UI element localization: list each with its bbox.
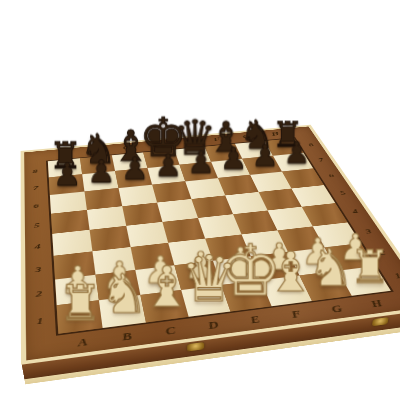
piece-black-pawn: ♟ xyxy=(87,157,115,187)
brass-latch-icon xyxy=(187,342,204,351)
chess-grid: ♜♞♝♚♛♝♞♜♟♟♟♟♟♟♟♟♟♟♟♟♟♟♟♟♜♞♝♛♚♝♞♜ xyxy=(46,137,394,335)
square-c5 xyxy=(122,203,162,226)
square-a6 xyxy=(50,191,87,213)
rank-label: 1 xyxy=(29,306,51,337)
piece-black-pawn: ♟ xyxy=(220,144,247,173)
brass-latch-icon xyxy=(372,317,389,326)
rank-label: 3 xyxy=(29,256,49,282)
square-b5 xyxy=(87,206,126,230)
rank-label: 8 xyxy=(27,162,43,180)
square-b6 xyxy=(84,188,122,210)
square-h5 xyxy=(291,185,335,207)
rank-label: 7 xyxy=(27,178,44,197)
piece-black-pawn: ♟ xyxy=(283,139,310,167)
rank-label: 4 xyxy=(28,235,47,259)
square-f5 xyxy=(225,192,267,214)
rank-label: 2 xyxy=(29,280,50,308)
piece-black-pawn: ♟ xyxy=(187,147,214,176)
square-g5 xyxy=(259,189,302,211)
product-photo-scene: 87654321 87654321 ABCDEFGH ABCDEFGH ♜♞♝♚… xyxy=(0,0,400,400)
square-h4 xyxy=(302,203,348,226)
square-a7: ♟ xyxy=(49,174,85,195)
square-d7: ♟ xyxy=(148,165,186,185)
square-f7: ♟ xyxy=(211,159,250,178)
square-c7: ♟ xyxy=(115,168,152,188)
square-b7: ♟ xyxy=(82,171,118,191)
rank-label: 6 xyxy=(28,196,45,216)
rank-label: 6 xyxy=(319,167,345,185)
piece-black-pawn: ♟ xyxy=(121,154,149,183)
piece-white-rook: ♜ xyxy=(59,280,103,326)
board-frame: 87654321 87654321 ABCDEFGH ABCDEFGH ♜♞♝♚… xyxy=(21,125,400,365)
square-g7: ♟ xyxy=(242,156,282,175)
piece-white-rook: ♜ xyxy=(350,245,391,288)
piece-black-pawn: ♟ xyxy=(252,141,279,170)
piece-black-pawn: ♟ xyxy=(53,160,81,190)
chess-board-3d: 87654321 87654321 ABCDEFGH ABCDEFGH ♜♞♝♚… xyxy=(21,125,400,365)
square-b1: ♞ xyxy=(99,295,146,328)
square-c6 xyxy=(119,185,158,207)
square-a1: ♜ xyxy=(57,300,103,334)
rank-label: 5 xyxy=(28,214,46,236)
piece-white-bishop: ♝ xyxy=(142,262,192,315)
square-d5 xyxy=(157,199,198,222)
piece-white-knight: ♞ xyxy=(100,269,149,320)
piece-black-pawn: ♟ xyxy=(155,151,182,180)
square-c4 xyxy=(126,222,168,247)
